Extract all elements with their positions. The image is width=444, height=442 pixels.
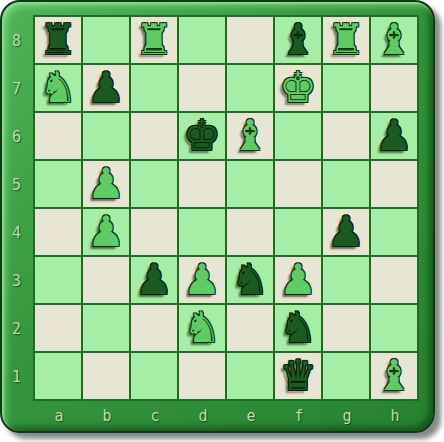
square-e6[interactable]: ♝ bbox=[227, 113, 273, 159]
white-pawn[interactable]: ♟ bbox=[87, 209, 125, 255]
square-f1[interactable]: ♛ bbox=[275, 353, 321, 399]
square-e2[interactable] bbox=[227, 305, 273, 351]
square-a2[interactable] bbox=[35, 305, 81, 351]
file-label-e: e bbox=[227, 403, 275, 429]
square-g4[interactable]: ♟ bbox=[323, 209, 369, 255]
square-h6[interactable]: ♟ bbox=[371, 113, 417, 159]
square-d4[interactable] bbox=[179, 209, 225, 255]
square-b2[interactable] bbox=[83, 305, 129, 351]
white-knight[interactable]: ♞ bbox=[39, 65, 77, 111]
square-a7[interactable]: ♞ bbox=[35, 65, 81, 111]
white-pawn[interactable]: ♟ bbox=[183, 257, 221, 303]
square-a5[interactable] bbox=[35, 161, 81, 207]
square-h5[interactable] bbox=[371, 161, 417, 207]
white-king[interactable]: ♚ bbox=[279, 65, 317, 111]
black-queen[interactable]: ♛ bbox=[279, 353, 317, 399]
file-label-a: a bbox=[35, 403, 83, 429]
square-e1[interactable] bbox=[227, 353, 273, 399]
square-a8[interactable]: ♜ bbox=[35, 17, 81, 63]
white-pawn[interactable]: ♟ bbox=[87, 161, 125, 207]
square-c1[interactable] bbox=[131, 353, 177, 399]
square-g1[interactable] bbox=[323, 353, 369, 399]
square-c7[interactable] bbox=[131, 65, 177, 111]
square-h3[interactable] bbox=[371, 257, 417, 303]
square-f5[interactable] bbox=[275, 161, 321, 207]
square-g6[interactable] bbox=[323, 113, 369, 159]
square-g2[interactable] bbox=[323, 305, 369, 351]
square-b1[interactable] bbox=[83, 353, 129, 399]
white-rook[interactable]: ♜ bbox=[135, 17, 173, 63]
rank-label-7: 7 bbox=[0, 65, 33, 113]
black-pawn[interactable]: ♟ bbox=[375, 113, 413, 159]
rank-label-6: 6 bbox=[0, 113, 33, 161]
square-f2[interactable]: ♞ bbox=[275, 305, 321, 351]
white-bishop[interactable]: ♝ bbox=[375, 17, 413, 63]
chess-board[interactable]: ♜♜♝♜♝♞♟♚♚♝♟♟♟♟♟♟♞♟♞♞♛♝ bbox=[33, 15, 419, 401]
square-g5[interactable] bbox=[323, 161, 369, 207]
square-d3[interactable]: ♟ bbox=[179, 257, 225, 303]
square-h2[interactable] bbox=[371, 305, 417, 351]
black-king[interactable]: ♚ bbox=[183, 113, 221, 159]
square-b4[interactable]: ♟ bbox=[83, 209, 129, 255]
black-pawn[interactable]: ♟ bbox=[87, 65, 125, 111]
white-rook[interactable]: ♜ bbox=[327, 17, 365, 63]
square-e7[interactable] bbox=[227, 65, 273, 111]
file-label-b: b bbox=[83, 403, 131, 429]
file-label-h: h bbox=[371, 403, 419, 429]
square-f3[interactable]: ♟ bbox=[275, 257, 321, 303]
black-pawn[interactable]: ♟ bbox=[135, 257, 173, 303]
square-a6[interactable] bbox=[35, 113, 81, 159]
square-d1[interactable] bbox=[179, 353, 225, 399]
file-label-g: g bbox=[323, 403, 371, 429]
square-d6[interactable]: ♚ bbox=[179, 113, 225, 159]
square-h7[interactable] bbox=[371, 65, 417, 111]
square-a3[interactable] bbox=[35, 257, 81, 303]
square-b8[interactable] bbox=[83, 17, 129, 63]
square-d5[interactable] bbox=[179, 161, 225, 207]
square-e5[interactable] bbox=[227, 161, 273, 207]
file-label-f: f bbox=[275, 403, 323, 429]
square-d8[interactable] bbox=[179, 17, 225, 63]
rank-label-3: 3 bbox=[0, 257, 33, 305]
square-e8[interactable] bbox=[227, 17, 273, 63]
square-c6[interactable] bbox=[131, 113, 177, 159]
black-knight[interactable]: ♞ bbox=[231, 257, 269, 303]
square-f8[interactable]: ♝ bbox=[275, 17, 321, 63]
black-pawn[interactable]: ♟ bbox=[327, 209, 365, 255]
square-d2[interactable]: ♞ bbox=[179, 305, 225, 351]
rank-label-5: 5 bbox=[0, 161, 33, 209]
square-h4[interactable] bbox=[371, 209, 417, 255]
black-bishop[interactable]: ♝ bbox=[279, 17, 317, 63]
square-b3[interactable] bbox=[83, 257, 129, 303]
square-c3[interactable]: ♟ bbox=[131, 257, 177, 303]
file-label-d: d bbox=[179, 403, 227, 429]
square-h1[interactable]: ♝ bbox=[371, 353, 417, 399]
square-h8[interactable]: ♝ bbox=[371, 17, 417, 63]
rank-label-2: 2 bbox=[0, 305, 33, 353]
square-f6[interactable] bbox=[275, 113, 321, 159]
square-a1[interactable] bbox=[35, 353, 81, 399]
square-e3[interactable]: ♞ bbox=[227, 257, 273, 303]
white-bishop[interactable]: ♝ bbox=[231, 113, 269, 159]
square-c5[interactable] bbox=[131, 161, 177, 207]
square-b6[interactable] bbox=[83, 113, 129, 159]
file-labels: abcdefgh bbox=[35, 403, 419, 429]
square-f7[interactable]: ♚ bbox=[275, 65, 321, 111]
square-e4[interactable] bbox=[227, 209, 273, 255]
white-bishop[interactable]: ♝ bbox=[375, 353, 413, 399]
square-c2[interactable] bbox=[131, 305, 177, 351]
black-rook[interactable]: ♜ bbox=[39, 17, 77, 63]
white-pawn[interactable]: ♟ bbox=[279, 257, 317, 303]
chess-app-window: 87654321 ♜♜♝♜♝♞♟♚♚♝♟♟♟♟♟♟♞♟♞♞♛♝ abcdefgh bbox=[0, 0, 444, 442]
square-g8[interactable]: ♜ bbox=[323, 17, 369, 63]
black-knight[interactable]: ♞ bbox=[279, 305, 317, 351]
file-label-c: c bbox=[131, 403, 179, 429]
rank-label-1: 1 bbox=[0, 353, 33, 401]
square-d7[interactable] bbox=[179, 65, 225, 111]
square-c4[interactable] bbox=[131, 209, 177, 255]
square-g3[interactable] bbox=[323, 257, 369, 303]
square-c8[interactable]: ♜ bbox=[131, 17, 177, 63]
square-a4[interactable] bbox=[35, 209, 81, 255]
rank-labels: 87654321 bbox=[0, 17, 33, 401]
square-f4[interactable] bbox=[275, 209, 321, 255]
white-knight[interactable]: ♞ bbox=[183, 305, 221, 351]
rank-label-8: 8 bbox=[0, 17, 33, 65]
square-b5[interactable]: ♟ bbox=[83, 161, 129, 207]
square-g7[interactable] bbox=[323, 65, 369, 111]
square-b7[interactable]: ♟ bbox=[83, 65, 129, 111]
rank-label-4: 4 bbox=[0, 209, 33, 257]
